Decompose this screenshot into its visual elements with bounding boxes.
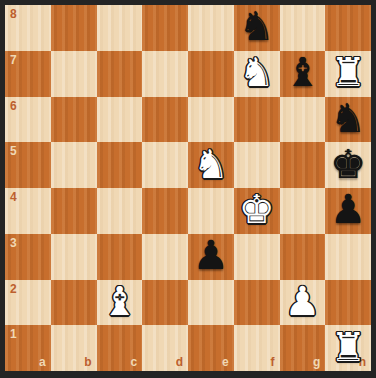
square-a1[interactable]: 1a: [5, 325, 51, 371]
file-label-c: c: [131, 356, 138, 368]
piece-black-king[interactable]: ♚: [330, 142, 366, 186]
rank-label-6: 6: [10, 100, 17, 112]
square-g8[interactable]: [280, 5, 326, 51]
square-a2[interactable]: 2: [5, 280, 51, 326]
file-label-d: d: [176, 356, 183, 368]
square-d4[interactable]: [142, 188, 188, 234]
piece-white-knight[interactable]: ♞: [193, 142, 229, 186]
square-h4[interactable]: ♟: [325, 188, 371, 234]
square-e1[interactable]: e: [188, 325, 234, 371]
piece-white-knight[interactable]: ♞: [239, 51, 275, 95]
square-c5[interactable]: [97, 142, 143, 188]
square-g6[interactable]: [280, 97, 326, 143]
square-a6[interactable]: 6: [5, 97, 51, 143]
chess-board: 8♞7♞♝♜6♞5♞♚4♚♟3♟2♝♟1abcdefgh♜: [5, 5, 371, 371]
square-f8[interactable]: ♞: [234, 5, 280, 51]
square-a5[interactable]: 5: [5, 142, 51, 188]
square-a4[interactable]: 4: [5, 188, 51, 234]
square-e2[interactable]: [188, 280, 234, 326]
square-g2[interactable]: ♟: [280, 280, 326, 326]
square-h3[interactable]: [325, 234, 371, 280]
piece-white-bishop[interactable]: ♝: [101, 280, 137, 324]
square-c3[interactable]: [97, 234, 143, 280]
square-f4[interactable]: ♚: [234, 188, 280, 234]
square-e6[interactable]: [188, 97, 234, 143]
square-f5[interactable]: [234, 142, 280, 188]
piece-white-king[interactable]: ♚: [239, 188, 275, 232]
square-e3[interactable]: ♟: [188, 234, 234, 280]
square-g4[interactable]: [280, 188, 326, 234]
piece-white-rook[interactable]: ♜: [330, 51, 366, 95]
square-c2[interactable]: ♝: [97, 280, 143, 326]
square-h5[interactable]: ♚: [325, 142, 371, 188]
square-f7[interactable]: ♞: [234, 51, 280, 97]
square-b1[interactable]: b: [51, 325, 97, 371]
square-d1[interactable]: d: [142, 325, 188, 371]
board-frame: 8♞7♞♝♜6♞5♞♚4♚♟3♟2♝♟1abcdefgh♜: [0, 0, 376, 378]
square-c6[interactable]: [97, 97, 143, 143]
rank-label-2: 2: [10, 283, 17, 295]
file-label-f: f: [271, 356, 275, 368]
square-g7[interactable]: ♝: [280, 51, 326, 97]
square-g1[interactable]: g: [280, 325, 326, 371]
piece-black-knight[interactable]: ♞: [239, 5, 275, 49]
square-f3[interactable]: [234, 234, 280, 280]
square-g3[interactable]: [280, 234, 326, 280]
square-f2[interactable]: [234, 280, 280, 326]
file-label-e: e: [222, 356, 229, 368]
rank-label-3: 3: [10, 237, 17, 249]
piece-black-knight[interactable]: ♞: [330, 97, 366, 141]
square-e5[interactable]: ♞: [188, 142, 234, 188]
square-c4[interactable]: [97, 188, 143, 234]
piece-black-bishop[interactable]: ♝: [284, 51, 320, 95]
square-f6[interactable]: [234, 97, 280, 143]
square-d6[interactable]: [142, 97, 188, 143]
square-d3[interactable]: [142, 234, 188, 280]
square-b7[interactable]: [51, 51, 97, 97]
square-c8[interactable]: [97, 5, 143, 51]
square-h2[interactable]: [325, 280, 371, 326]
square-g5[interactable]: [280, 142, 326, 188]
square-h8[interactable]: [325, 5, 371, 51]
square-h6[interactable]: ♞: [325, 97, 371, 143]
square-e8[interactable]: [188, 5, 234, 51]
square-b8[interactable]: [51, 5, 97, 51]
piece-black-pawn[interactable]: ♟: [193, 234, 229, 278]
square-d8[interactable]: [142, 5, 188, 51]
file-label-b: b: [84, 356, 91, 368]
square-d2[interactable]: [142, 280, 188, 326]
rank-label-7: 7: [10, 54, 17, 66]
square-c7[interactable]: [97, 51, 143, 97]
rank-label-8: 8: [10, 8, 17, 20]
rank-label-1: 1: [10, 328, 17, 340]
square-h7[interactable]: ♜: [325, 51, 371, 97]
rank-label-4: 4: [10, 191, 17, 203]
square-a8[interactable]: 8: [5, 5, 51, 51]
square-a3[interactable]: 3: [5, 234, 51, 280]
square-b2[interactable]: [51, 280, 97, 326]
square-b6[interactable]: [51, 97, 97, 143]
square-e4[interactable]: [188, 188, 234, 234]
square-b5[interactable]: [51, 142, 97, 188]
file-label-g: g: [313, 356, 320, 368]
square-d7[interactable]: [142, 51, 188, 97]
piece-black-pawn[interactable]: ♟: [330, 188, 366, 232]
square-a7[interactable]: 7: [5, 51, 51, 97]
square-b4[interactable]: [51, 188, 97, 234]
square-c1[interactable]: c: [97, 325, 143, 371]
square-f1[interactable]: f: [234, 325, 280, 371]
file-label-a: a: [39, 356, 46, 368]
square-h1[interactable]: h♜: [325, 325, 371, 371]
piece-white-rook[interactable]: ♜: [330, 325, 366, 369]
square-e7[interactable]: [188, 51, 234, 97]
piece-white-pawn[interactable]: ♟: [284, 280, 320, 324]
square-d5[interactable]: [142, 142, 188, 188]
rank-label-5: 5: [10, 145, 17, 157]
square-b3[interactable]: [51, 234, 97, 280]
